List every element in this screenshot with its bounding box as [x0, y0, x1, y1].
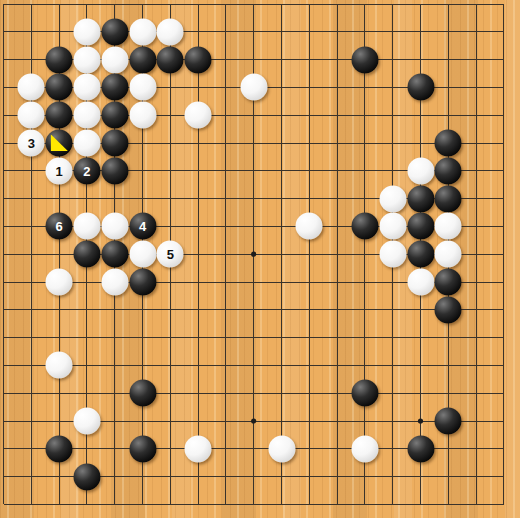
stone-black[interactable] — [407, 241, 434, 268]
stone-black[interactable] — [435, 408, 462, 435]
stone-black[interactable] — [73, 241, 100, 268]
go-board[interactable]: 312645 — [0, 0, 520, 518]
stone-black[interactable] — [129, 435, 156, 462]
stone-white[interactable] — [129, 241, 156, 268]
stone-white[interactable] — [73, 74, 100, 101]
stone-white[interactable]: 3 — [18, 130, 45, 157]
stone-black[interactable] — [435, 130, 462, 157]
stone-black[interactable]: 4 — [129, 213, 156, 240]
move-label: 1 — [55, 164, 62, 177]
stone-black[interactable] — [351, 380, 378, 407]
stone-white[interactable] — [185, 102, 212, 129]
stone-white[interactable] — [129, 74, 156, 101]
move-label: 4 — [139, 220, 146, 233]
star-point — [418, 418, 423, 423]
stone-black[interactable] — [351, 46, 378, 73]
stone-white[interactable] — [73, 102, 100, 129]
stone-white[interactable] — [18, 102, 45, 129]
stone-black[interactable] — [101, 130, 128, 157]
stone-white[interactable]: 5 — [157, 241, 184, 268]
stone-white[interactable] — [268, 435, 295, 462]
stone-white[interactable] — [18, 74, 45, 101]
stone-black[interactable] — [185, 46, 212, 73]
stone-white[interactable] — [101, 213, 128, 240]
stone-black[interactable] — [46, 102, 73, 129]
stone-white[interactable] — [73, 130, 100, 157]
stone-white[interactable] — [379, 241, 406, 268]
triangle-marker — [50, 134, 69, 152]
move-label: 6 — [55, 220, 62, 233]
stone-white[interactable] — [185, 435, 212, 462]
stone-white[interactable] — [129, 102, 156, 129]
stone-white[interactable] — [46, 269, 73, 296]
stone-white[interactable] — [101, 269, 128, 296]
go-board-window: 312645 — [0, 0, 520, 518]
stone-white[interactable] — [407, 157, 434, 184]
stone-black[interactable] — [407, 213, 434, 240]
stone-white[interactable]: 1 — [46, 157, 73, 184]
stone-black[interactable] — [101, 102, 128, 129]
stone-black[interactable] — [435, 185, 462, 212]
stone-black[interactable] — [407, 435, 434, 462]
move-label: 5 — [167, 248, 174, 261]
move-label: 3 — [28, 137, 35, 150]
stone-black[interactable] — [407, 74, 434, 101]
move-label: 2 — [83, 164, 90, 177]
star-point — [251, 418, 256, 423]
stone-white[interactable] — [351, 435, 378, 462]
stone-white[interactable] — [435, 213, 462, 240]
stone-black[interactable]: 6 — [46, 213, 73, 240]
stone-black[interactable] — [46, 46, 73, 73]
stone-white[interactable] — [157, 18, 184, 45]
stone-white[interactable] — [129, 18, 156, 45]
stone-black[interactable] — [101, 157, 128, 184]
star-point — [251, 252, 256, 257]
stone-white[interactable] — [101, 46, 128, 73]
stone-black[interactable] — [435, 296, 462, 323]
stone-black[interactable] — [73, 463, 100, 490]
stone-black[interactable] — [157, 46, 184, 73]
stone-white[interactable] — [407, 269, 434, 296]
stone-white[interactable] — [296, 213, 323, 240]
stone-black[interactable] — [101, 18, 128, 45]
stone-black[interactable] — [435, 269, 462, 296]
stone-black[interactable] — [46, 74, 73, 101]
stone-black[interactable] — [46, 130, 73, 157]
stone-white[interactable] — [240, 74, 267, 101]
stone-white[interactable] — [46, 352, 73, 379]
stone-black[interactable]: 2 — [73, 157, 100, 184]
stone-white[interactable] — [73, 408, 100, 435]
stone-white[interactable] — [435, 241, 462, 268]
stone-black[interactable] — [129, 380, 156, 407]
stone-black[interactable] — [129, 269, 156, 296]
stone-black[interactable] — [129, 46, 156, 73]
stone-white[interactable] — [73, 46, 100, 73]
stone-black[interactable] — [435, 157, 462, 184]
stone-white[interactable] — [379, 185, 406, 212]
stone-white[interactable] — [379, 213, 406, 240]
stone-black[interactable] — [46, 435, 73, 462]
stone-white[interactable] — [73, 213, 100, 240]
stone-black[interactable] — [101, 241, 128, 268]
stone-black[interactable] — [351, 213, 378, 240]
stone-white[interactable] — [73, 18, 100, 45]
stone-black[interactable] — [101, 74, 128, 101]
stone-black[interactable] — [407, 185, 434, 212]
